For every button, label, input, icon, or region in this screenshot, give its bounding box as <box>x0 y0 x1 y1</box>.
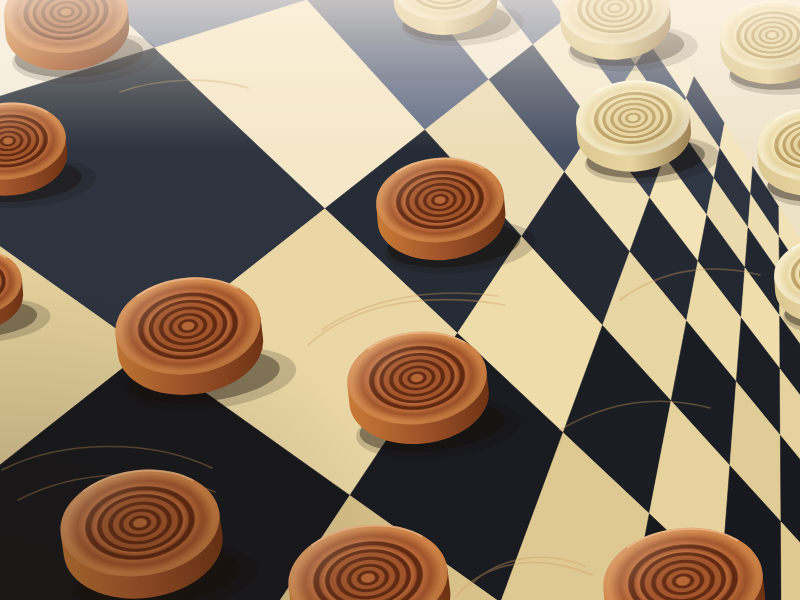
board-scene <box>0 0 800 600</box>
checkers-board-photo <box>0 0 800 600</box>
corner-vignette <box>0 0 800 600</box>
